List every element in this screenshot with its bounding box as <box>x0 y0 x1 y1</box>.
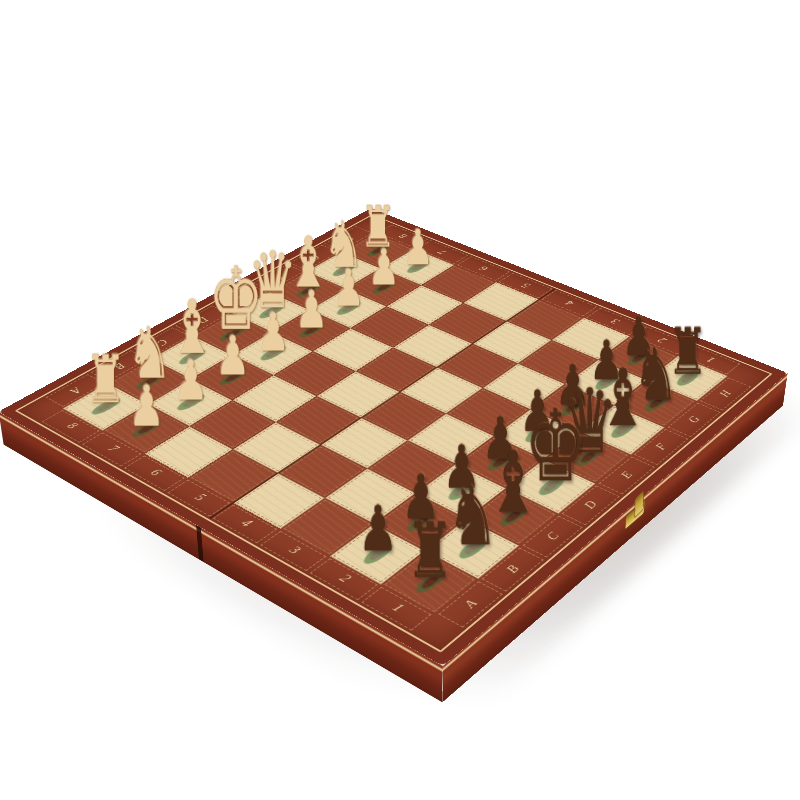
coordinate-label: 4 <box>562 299 576 307</box>
piece-white-pawn: ♟ <box>165 352 216 408</box>
coordinate-label: 1 <box>387 602 406 615</box>
product-photo-scene: ABCDEFGH ABCDEFGH 87654321 87654321 ♜♞♝♚… <box>0 0 800 800</box>
brass-latch-hook <box>634 490 643 518</box>
coordinate-label: 5 <box>519 282 533 290</box>
coordinate-label: 7 <box>103 444 121 454</box>
coordinate-label: 5 <box>190 492 208 503</box>
chess-board: ABCDEFGH ABCDEFGH 87654321 87654321 ♜♞♝♚… <box>0 208 788 666</box>
piece-black-rook: ♜ <box>400 514 459 590</box>
coordinate-label: 6 <box>145 468 163 479</box>
brass-latch <box>625 500 646 530</box>
coordinate-label: 3 <box>284 545 302 557</box>
piece-black-pawn: ♟ <box>349 497 406 560</box>
coordinate-label: 2 <box>334 573 353 586</box>
coordinate-label: 4 <box>236 518 254 530</box>
piece-white-pawn: ♟ <box>120 377 172 434</box>
